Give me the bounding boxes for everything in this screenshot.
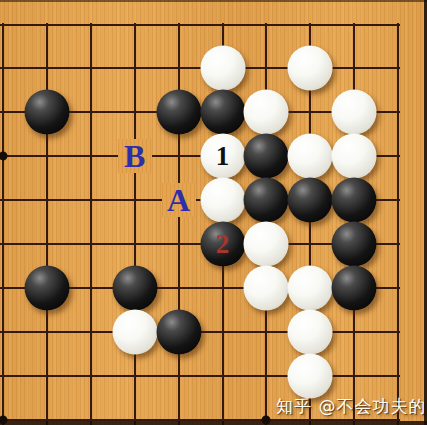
stone-black-P17[interactable]: [200, 90, 245, 135]
stone-black-S13[interactable]: [332, 265, 377, 310]
move-number-2-P14: 2: [216, 231, 230, 258]
image-top-border: [0, 0, 427, 2]
grid-line-col-O: [178, 23, 180, 425]
stone-white-Q13[interactable]: [244, 265, 289, 310]
stone-white-R13[interactable]: [288, 265, 333, 310]
stone-white-R16[interactable]: [288, 134, 333, 179]
stone-black-Q15[interactable]: [244, 178, 289, 223]
stone-white-P15[interactable]: [200, 178, 245, 223]
stone-white-S17[interactable]: [332, 90, 377, 135]
star-point-K16: [0, 152, 8, 161]
grid-line-row-11: [0, 375, 400, 377]
stone-black-Q16[interactable]: [244, 134, 289, 179]
stone-black-R15[interactable]: [288, 178, 333, 223]
stone-white-R11[interactable]: [288, 353, 333, 398]
stone-white-R12[interactable]: [288, 309, 333, 354]
image-bottom-border: [0, 421, 427, 425]
grid-line-col-L: [46, 23, 48, 425]
grid-line-col-T: [397, 23, 399, 425]
go-board[interactable]: BA12: [0, 0, 427, 425]
zhihu-watermark: 知乎 @不会功夫的太: [276, 395, 427, 418]
stone-white-Q14[interactable]: [244, 222, 289, 267]
stone-white-P18[interactable]: [200, 46, 245, 91]
grid-line-col-K: [2, 23, 4, 425]
go-diagram-image: BA12 知乎 @不会功夫的太: [0, 0, 427, 425]
stone-white-N12[interactable]: [112, 309, 157, 354]
grid-line-col-M: [90, 23, 92, 425]
stone-white-R18[interactable]: [288, 46, 333, 91]
grid-line-row-19: [0, 24, 400, 26]
stone-white-S16[interactable]: [332, 134, 377, 179]
stone-black-L17[interactable]: [24, 90, 69, 135]
watermark-text: 知乎 @不会功夫的: [276, 395, 426, 418]
stone-black-S15[interactable]: [332, 178, 377, 223]
stone-black-L13[interactable]: [24, 265, 69, 310]
label-B-N16: B: [124, 140, 145, 172]
stone-black-N13[interactable]: [112, 265, 157, 310]
label-A-O15: A: [167, 184, 190, 216]
stone-white-Q17[interactable]: [244, 90, 289, 135]
stone-black-O17[interactable]: [156, 90, 201, 135]
stone-black-S14[interactable]: [332, 222, 377, 267]
grid-line-col-N: [134, 23, 136, 425]
move-number-1-P16: 1: [216, 143, 230, 170]
stone-black-O12[interactable]: [156, 309, 201, 354]
